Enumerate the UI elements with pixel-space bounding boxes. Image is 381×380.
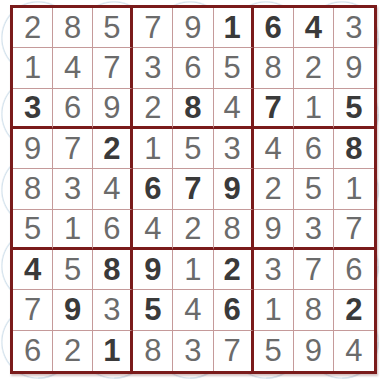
cell-r7c9[interactable]: 6 <box>334 250 374 290</box>
cell-r7c5[interactable]: 1 <box>173 250 213 290</box>
cell-r2c5[interactable]: 6 <box>173 48 213 88</box>
cell-r8c9[interactable]: 2 <box>334 290 374 330</box>
cell-r7c1[interactable]: 4 <box>13 250 53 290</box>
cell-r1c5[interactable]: 9 <box>173 8 213 48</box>
cell-r5c2[interactable]: 3 <box>53 169 93 209</box>
cell-r1c8[interactable]: 4 <box>294 8 334 48</box>
cell-r6c4[interactable]: 4 <box>133 210 173 250</box>
cell-r1c6[interactable]: 1 <box>214 8 254 48</box>
cell-r3c6[interactable]: 4 <box>214 89 254 129</box>
cell-r2c6[interactable]: 5 <box>214 48 254 88</box>
cell-r7c2[interactable]: 5 <box>53 250 93 290</box>
cell-r6c9[interactable]: 7 <box>334 210 374 250</box>
cell-r5c9[interactable]: 1 <box>334 169 374 209</box>
cell-r7c6[interactable]: 2 <box>214 250 254 290</box>
cell-r8c5[interactable]: 4 <box>173 290 213 330</box>
cell-r1c2[interactable]: 8 <box>53 8 93 48</box>
cell-r9c3[interactable]: 1 <box>93 331 133 371</box>
cell-r5c3[interactable]: 4 <box>93 169 133 209</box>
cell-r7c3[interactable]: 8 <box>93 250 133 290</box>
cell-r4c6[interactable]: 3 <box>214 129 254 169</box>
cell-r4c5[interactable]: 5 <box>173 129 213 169</box>
cell-r9c4[interactable]: 8 <box>133 331 173 371</box>
cell-r8c6[interactable]: 6 <box>214 290 254 330</box>
cell-r7c4[interactable]: 9 <box>133 250 173 290</box>
cell-r1c4[interactable]: 7 <box>133 8 173 48</box>
cell-r8c1[interactable]: 7 <box>13 290 53 330</box>
cell-r2c8[interactable]: 2 <box>294 48 334 88</box>
cell-r6c6[interactable]: 8 <box>214 210 254 250</box>
cell-r2c4[interactable]: 3 <box>133 48 173 88</box>
cell-r9c5[interactable]: 3 <box>173 331 213 371</box>
cell-r1c3[interactable]: 5 <box>93 8 133 48</box>
cell-r3c7[interactable]: 7 <box>254 89 294 129</box>
cell-r3c8[interactable]: 1 <box>294 89 334 129</box>
cell-r7c7[interactable]: 3 <box>254 250 294 290</box>
cell-r4c1[interactable]: 9 <box>13 129 53 169</box>
cell-r8c7[interactable]: 1 <box>254 290 294 330</box>
cell-r2c9[interactable]: 9 <box>334 48 374 88</box>
cell-r1c7[interactable]: 6 <box>254 8 294 48</box>
cell-r4c8[interactable]: 6 <box>294 129 334 169</box>
cell-r3c4[interactable]: 2 <box>133 89 173 129</box>
cell-r5c7[interactable]: 2 <box>254 169 294 209</box>
cell-r4c7[interactable]: 4 <box>254 129 294 169</box>
cell-r7c8[interactable]: 7 <box>294 250 334 290</box>
cell-r2c1[interactable]: 1 <box>13 48 53 88</box>
cell-r9c2[interactable]: 2 <box>53 331 93 371</box>
cell-r5c8[interactable]: 5 <box>294 169 334 209</box>
cell-r3c1[interactable]: 3 <box>13 89 53 129</box>
cell-r5c6[interactable]: 9 <box>214 169 254 209</box>
cell-r3c3[interactable]: 9 <box>93 89 133 129</box>
cell-r2c7[interactable]: 8 <box>254 48 294 88</box>
cell-r8c8[interactable]: 8 <box>294 290 334 330</box>
cell-r3c2[interactable]: 6 <box>53 89 93 129</box>
cell-r1c1[interactable]: 2 <box>13 8 53 48</box>
cell-r8c2[interactable]: 9 <box>53 290 93 330</box>
cell-r4c2[interactable]: 7 <box>53 129 93 169</box>
cell-r9c9[interactable]: 4 <box>334 331 374 371</box>
cell-r5c1[interactable]: 8 <box>13 169 53 209</box>
cell-r5c4[interactable]: 6 <box>133 169 173 209</box>
cell-r8c3[interactable]: 3 <box>93 290 133 330</box>
cell-r9c1[interactable]: 6 <box>13 331 53 371</box>
cell-r6c5[interactable]: 2 <box>173 210 213 250</box>
cell-r6c1[interactable]: 5 <box>13 210 53 250</box>
cell-r9c6[interactable]: 7 <box>214 331 254 371</box>
sudoku-board: 2857916431473658293692847159721534688346… <box>10 5 377 374</box>
cell-r4c3[interactable]: 2 <box>93 129 133 169</box>
cell-r9c7[interactable]: 5 <box>254 331 294 371</box>
cell-r6c2[interactable]: 1 <box>53 210 93 250</box>
cell-r4c4[interactable]: 1 <box>133 129 173 169</box>
cell-r3c5[interactable]: 8 <box>173 89 213 129</box>
cell-r8c4[interactable]: 5 <box>133 290 173 330</box>
cell-r6c7[interactable]: 9 <box>254 210 294 250</box>
cell-r1c9[interactable]: 3 <box>334 8 374 48</box>
cell-r6c3[interactable]: 6 <box>93 210 133 250</box>
cell-r9c8[interactable]: 9 <box>294 331 334 371</box>
cell-r2c3[interactable]: 7 <box>93 48 133 88</box>
cell-r6c8[interactable]: 3 <box>294 210 334 250</box>
cell-r3c9[interactable]: 5 <box>334 89 374 129</box>
cell-r4c9[interactable]: 8 <box>334 129 374 169</box>
cell-r2c2[interactable]: 4 <box>53 48 93 88</box>
cell-r5c5[interactable]: 7 <box>173 169 213 209</box>
page-background: { "game": "sudoku", "position": "2857916… <box>0 0 381 380</box>
